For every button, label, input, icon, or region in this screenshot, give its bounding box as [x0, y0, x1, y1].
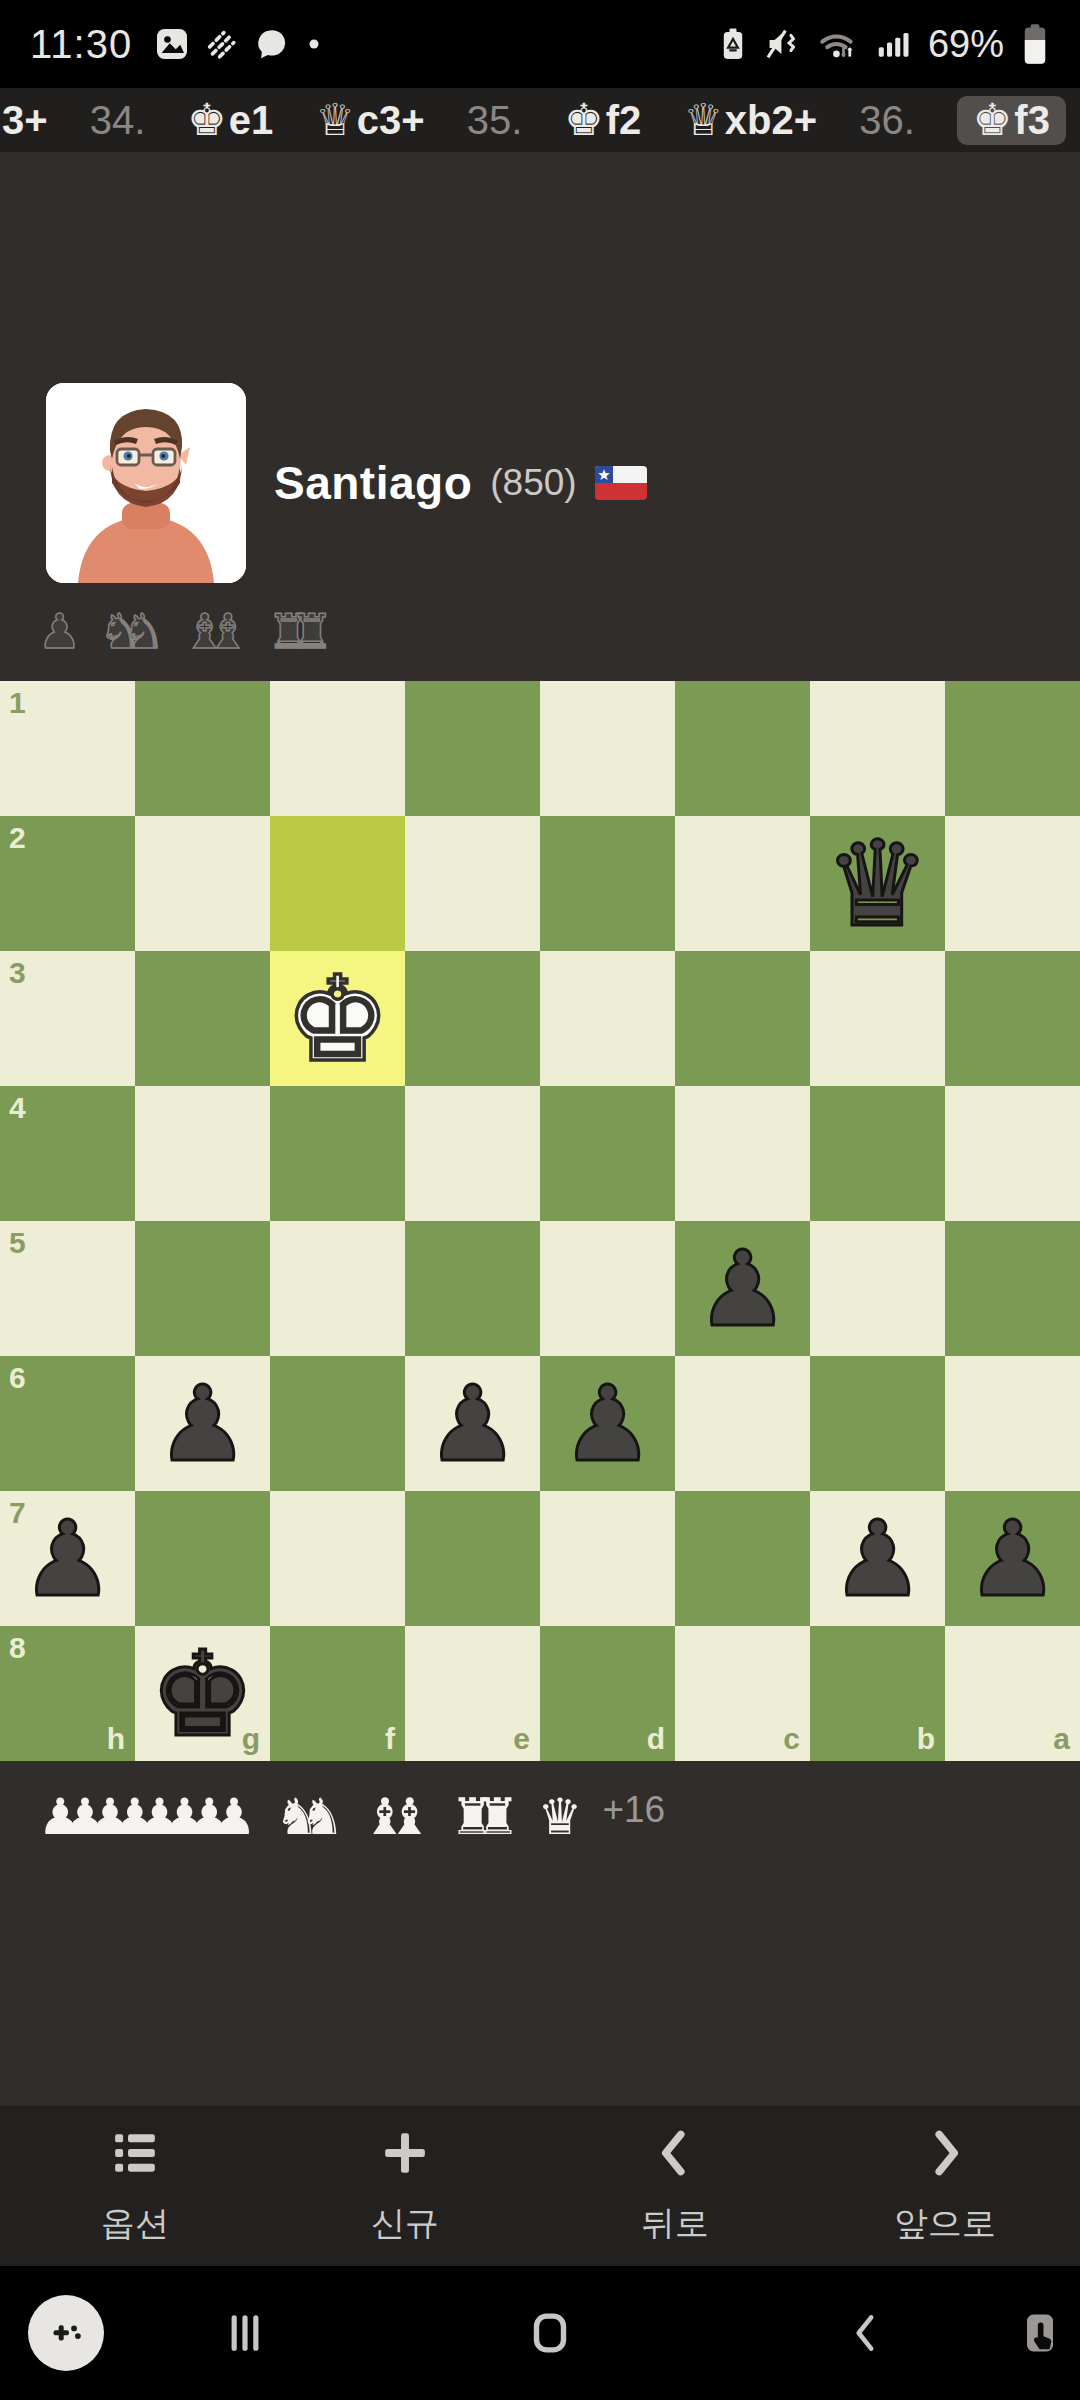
captured-rook-group: ♜♜: [450, 1792, 520, 1842]
square-h4[interactable]: 4: [0, 1086, 135, 1221]
square-g2[interactable]: [135, 816, 270, 951]
rank-label-5: 5: [9, 1226, 26, 1260]
captured-bishop-icon: ♝: [387, 1792, 432, 1842]
square-e4[interactable]: [405, 1086, 540, 1221]
move-label: e1: [229, 98, 274, 143]
toolbar-label: 앞으로: [894, 2201, 996, 2247]
white-king-figurine-icon: ♚: [973, 98, 1012, 142]
move-item[interactable]: ♚f3: [957, 96, 1066, 145]
square-g5[interactable]: [135, 1221, 270, 1356]
avatar[interactable]: [46, 383, 246, 583]
square-c5[interactable]: ♟: [675, 1221, 810, 1356]
white-king-f3[interactable]: ♚: [285, 960, 391, 1078]
square-d6[interactable]: ♟: [540, 1356, 675, 1491]
black-queen-figurine-icon: ♕: [683, 98, 722, 142]
player-info[interactable]: Santiago (850) ★: [274, 383, 647, 583]
rank-label-1: 1: [9, 686, 26, 720]
toolbar-label: 신규: [371, 2201, 439, 2247]
move-item[interactable]: ♚e1: [187, 98, 273, 143]
file-label-b: b: [917, 1722, 935, 1756]
captured-bishop-group: ♝♝: [183, 608, 249, 656]
black-pawn-e6[interactable]: ♟: [426, 1372, 519, 1476]
square-b3[interactable]: [810, 951, 945, 1086]
black-queen-b2[interactable]: ♛: [825, 825, 931, 943]
file-label-e: e: [513, 1722, 530, 1756]
captured-rook-icon: ♜: [475, 1792, 520, 1842]
toolbar-button-plus[interactable]: 신규: [270, 2106, 540, 2266]
captured-knight-icon: ♞: [299, 1792, 344, 1842]
rank-label-7: 7: [9, 1496, 26, 1530]
notification-dot-icon: [304, 34, 324, 54]
chess-board[interactable]: 12♛3♚45♟6♟♟♟7♟♟♟8hg♚fedcba: [0, 681, 1080, 1761]
move-list-bar[interactable]: 3+34.♚e1♕c3+35.♚f2♕xb2+36.♚f3: [0, 88, 1080, 152]
square-d7[interactable]: [540, 1491, 675, 1626]
move-label: c3+: [357, 98, 425, 143]
game-launcher-icon[interactable]: [28, 2295, 104, 2371]
back-icon[interactable]: [841, 2308, 891, 2358]
move-item[interactable]: ♚f2: [564, 98, 641, 143]
move-item[interactable]: 3+: [2, 98, 48, 143]
chevron-right-icon: [917, 2125, 973, 2185]
data-saver-icon: [204, 27, 238, 61]
wifi-icon: [816, 25, 860, 63]
square-e6[interactable]: ♟: [405, 1356, 540, 1491]
captured-knight-icon: ♞: [122, 608, 165, 656]
black-pawn-d6[interactable]: ♟: [561, 1372, 654, 1476]
toolbar-button-chevron-right[interactable]: 앞으로: [810, 2106, 1080, 2266]
move-label: 3+: [2, 98, 48, 143]
square-e5[interactable]: [405, 1221, 540, 1356]
square-g6[interactable]: ♟: [135, 1356, 270, 1491]
square-c3[interactable]: [675, 951, 810, 1086]
home-icon[interactable]: [523, 2306, 577, 2360]
move-item[interactable]: ♕xb2+: [683, 98, 817, 143]
square-b7[interactable]: ♟: [810, 1491, 945, 1626]
battery-percent-text: 69%: [928, 23, 1004, 66]
square-a1[interactable]: [945, 681, 1080, 816]
captured-knight-group: ♞♞: [99, 608, 165, 656]
captured-knight-group: ♞♞: [275, 1792, 345, 1842]
battery-icon: [1020, 22, 1050, 66]
square-c1[interactable]: [675, 681, 810, 816]
captured-queen-group: ♛: [538, 1792, 583, 1842]
material-advantage: +16: [602, 1789, 665, 1831]
mute-vibrate-icon: [764, 25, 802, 63]
file-label-c: c: [783, 1722, 800, 1756]
black-pawn-c5[interactable]: ♟: [696, 1237, 789, 1341]
clock-text: 11:30: [30, 22, 132, 67]
square-g3[interactable]: [135, 951, 270, 1086]
square-h8[interactable]: 8h: [0, 1626, 135, 1761]
move-number[interactable]: 34.: [90, 98, 146, 143]
square-g4[interactable]: [135, 1086, 270, 1221]
square-b6[interactable]: [810, 1356, 945, 1491]
captured-rook-group: ♜♜: [267, 608, 333, 656]
rank-label-3: 3: [9, 956, 26, 990]
square-f3[interactable]: ♚: [270, 951, 405, 1086]
square-d2[interactable]: [540, 816, 675, 951]
battery-saver-icon: [716, 25, 750, 63]
move-item[interactable]: ♕c3+: [315, 98, 424, 143]
square-e1[interactable]: [405, 681, 540, 816]
square-a6[interactable]: [945, 1356, 1080, 1491]
file-label-g: g: [242, 1722, 260, 1756]
status-bar: 11:30: [0, 0, 1080, 88]
move-label: xb2+: [725, 98, 817, 143]
phone-screen: 11:30: [0, 0, 1080, 2400]
square-e2[interactable]: [405, 816, 540, 951]
android-nav-bar: [0, 2266, 1080, 2400]
player-name: Santiago: [274, 456, 472, 510]
square-c4[interactable]: [675, 1086, 810, 1221]
gallery-icon: [154, 26, 190, 62]
black-king-g8[interactable]: ♚: [150, 1635, 256, 1753]
square-f1[interactable]: [270, 681, 405, 816]
captured-rook-icon: ♜: [290, 608, 333, 656]
square-g1[interactable]: [135, 681, 270, 816]
square-a3[interactable]: [945, 951, 1080, 1086]
move-label: 36.: [859, 98, 915, 143]
square-c8[interactable]: c: [675, 1626, 810, 1761]
status-bar-left: 11:30: [30, 22, 324, 67]
square-h6[interactable]: 6: [0, 1356, 135, 1491]
square-b5[interactable]: [810, 1221, 945, 1356]
white-king-figurine-icon: ♚: [187, 98, 226, 142]
rank-label-8: 8: [9, 1631, 26, 1665]
square-h2[interactable]: 2: [0, 816, 135, 951]
signal-icon: [874, 25, 912, 63]
square-h7[interactable]: 7♟: [0, 1491, 135, 1626]
square-f6[interactable]: [270, 1356, 405, 1491]
move-number[interactable]: 36.: [859, 98, 915, 143]
captured-pawn-icon: ♟: [38, 608, 81, 656]
square-h1[interactable]: 1: [0, 681, 135, 816]
captured-pawn-group: ♟♟♟♟♟♟♟♟: [38, 1792, 257, 1842]
square-e7[interactable]: [405, 1491, 540, 1626]
chat-bubble-icon: [252, 25, 290, 63]
rank-label-2: 2: [9, 821, 26, 855]
black-pawn-a7[interactable]: ♟: [966, 1507, 1059, 1611]
file-label-d: d: [647, 1722, 665, 1756]
move-label: f3: [1014, 98, 1050, 143]
white-king-figurine-icon: ♚: [564, 98, 603, 142]
black-pawn-h7[interactable]: ♟: [21, 1507, 114, 1611]
square-d4[interactable]: [540, 1086, 675, 1221]
square-c2[interactable]: [675, 816, 810, 951]
square-d8[interactable]: d: [540, 1626, 675, 1761]
toolbar-label: 뒤로: [641, 2201, 709, 2247]
square-h3[interactable]: 3: [0, 951, 135, 1086]
square-h5[interactable]: 5: [0, 1221, 135, 1356]
chile-flag-icon: ★: [595, 466, 647, 500]
black-pawn-b7[interactable]: ♟: [831, 1507, 924, 1611]
square-d3[interactable]: [540, 951, 675, 1086]
move-label: f2: [606, 98, 642, 143]
square-f5[interactable]: [270, 1221, 405, 1356]
square-a4[interactable]: [945, 1086, 1080, 1221]
square-b1[interactable]: [810, 681, 945, 816]
square-a5[interactable]: [945, 1221, 1080, 1356]
square-b8[interactable]: b: [810, 1626, 945, 1761]
move-label: 35.: [467, 98, 523, 143]
square-f4[interactable]: [270, 1086, 405, 1221]
toolbar-button-chevron-left[interactable]: 뒤로: [540, 2106, 810, 2266]
captured-pieces-bottom: ♟♟♟♟♟♟♟♟♞♞♝♝♜♜♛+16: [38, 1772, 665, 1842]
captured-bishop-icon: ♝: [206, 608, 249, 656]
square-b4[interactable]: [810, 1086, 945, 1221]
game-toolbar: 옵션신규뒤로앞으로: [0, 2106, 1080, 2266]
captured-bishop-group: ♝♝: [362, 1792, 432, 1842]
square-d1[interactable]: [540, 681, 675, 816]
square-a2[interactable]: [945, 816, 1080, 951]
move-number[interactable]: 35.: [467, 98, 523, 143]
square-f8[interactable]: f: [270, 1626, 405, 1761]
square-e8[interactable]: e: [405, 1626, 540, 1761]
square-d5[interactable]: [540, 1221, 675, 1356]
square-f7[interactable]: [270, 1491, 405, 1626]
captured-queen-icon: ♛: [538, 1792, 583, 1842]
square-e3[interactable]: [405, 951, 540, 1086]
player-rating: (850): [490, 462, 576, 504]
captured-pieces-top: ♟♞♞♝♝♜♜: [38, 596, 351, 656]
square-a7[interactable]: ♟: [945, 1491, 1080, 1626]
black-pawn-g6[interactable]: ♟: [156, 1372, 249, 1476]
file-label-h: h: [107, 1722, 125, 1756]
file-label-a: a: [1053, 1722, 1070, 1756]
toolbar-button-options-list[interactable]: 옵션: [0, 2106, 270, 2266]
move-label: 34.: [90, 98, 146, 143]
square-g8[interactable]: g♚: [135, 1626, 270, 1761]
options-list-icon: [107, 2125, 163, 2185]
square-c6[interactable]: [675, 1356, 810, 1491]
captured-pawn-group: ♟: [38, 608, 81, 656]
black-queen-figurine-icon: ♕: [315, 98, 354, 142]
touch-lock-icon[interactable]: [1014, 2307, 1066, 2359]
square-c7[interactable]: [675, 1491, 810, 1626]
square-b2[interactable]: ♛: [810, 816, 945, 951]
square-a8[interactable]: a: [945, 1626, 1080, 1761]
captured-pawn-icon: ♟: [212, 1792, 257, 1842]
square-f2[interactable]: [270, 816, 405, 951]
plus-icon: [377, 2125, 433, 2185]
recents-icon[interactable]: [219, 2307, 271, 2359]
rank-label-6: 6: [9, 1361, 26, 1395]
file-label-f: f: [385, 1722, 395, 1756]
status-bar-right: 69%: [716, 22, 1050, 66]
rank-label-4: 4: [9, 1091, 26, 1125]
square-g7[interactable]: [135, 1491, 270, 1626]
chevron-left-icon: [647, 2125, 703, 2185]
toolbar-label: 옵션: [101, 2201, 169, 2247]
